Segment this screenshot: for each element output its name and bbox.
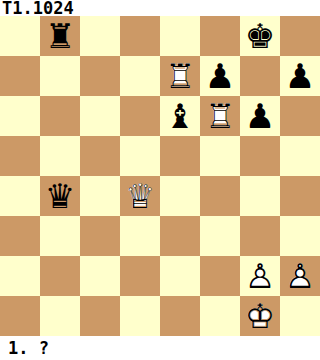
square-b7[interactable]	[40, 56, 80, 96]
puzzle-title: T1.1024	[0, 0, 74, 16]
piece-outline: ♙	[285, 256, 315, 296]
square-h1[interactable]	[280, 296, 320, 336]
square-d4[interactable]: ♛♕	[120, 176, 160, 216]
square-b8[interactable]: ♜	[40, 16, 80, 56]
square-g4[interactable]	[240, 176, 280, 216]
chess-board: ♜♚♜♖♟♟♝♜♖♟♛♛♕♟♙♟♙♚♔	[0, 16, 320, 336]
square-h8[interactable]	[280, 16, 320, 56]
status-bar: 1. ?	[0, 336, 320, 360]
square-g3[interactable]	[240, 216, 280, 256]
square-d8[interactable]	[120, 16, 160, 56]
piece-white-pawn: ♟♙	[285, 256, 315, 296]
piece-white-pawn: ♟♙	[245, 256, 275, 296]
square-f2[interactable]	[200, 256, 240, 296]
piece-outline: ♔	[245, 296, 275, 336]
piece-outline: ♕	[125, 176, 155, 216]
square-d3[interactable]	[120, 216, 160, 256]
square-h2[interactable]: ♟♙	[280, 256, 320, 296]
square-a3[interactable]	[0, 216, 40, 256]
square-f1[interactable]	[200, 296, 240, 336]
square-e1[interactable]	[160, 296, 200, 336]
square-e4[interactable]	[160, 176, 200, 216]
square-c2[interactable]	[80, 256, 120, 296]
square-f6[interactable]: ♜♖	[200, 96, 240, 136]
piece-outline: ♖	[165, 56, 195, 96]
square-g1[interactable]: ♚♔	[240, 296, 280, 336]
square-f5[interactable]	[200, 136, 240, 176]
square-d6[interactable]	[120, 96, 160, 136]
piece-black-pawn: ♟	[205, 56, 235, 96]
square-c7[interactable]	[80, 56, 120, 96]
square-g2[interactable]: ♟♙	[240, 256, 280, 296]
square-c5[interactable]	[80, 136, 120, 176]
square-f3[interactable]	[200, 216, 240, 256]
piece-outline: ♙	[245, 256, 275, 296]
square-a4[interactable]	[0, 176, 40, 216]
square-b2[interactable]	[40, 256, 80, 296]
piece-black-pawn: ♟	[285, 56, 315, 96]
square-h6[interactable]	[280, 96, 320, 136]
square-e7[interactable]: ♜♖	[160, 56, 200, 96]
square-g8[interactable]: ♚	[240, 16, 280, 56]
piece-black-king: ♚	[245, 16, 275, 56]
square-g6[interactable]: ♟	[240, 96, 280, 136]
square-h7[interactable]: ♟	[280, 56, 320, 96]
square-c4[interactable]	[80, 176, 120, 216]
square-g5[interactable]	[240, 136, 280, 176]
square-c8[interactable]	[80, 16, 120, 56]
move-prompt: 1. ?	[0, 336, 49, 360]
square-d5[interactable]	[120, 136, 160, 176]
square-a5[interactable]	[0, 136, 40, 176]
square-a1[interactable]	[0, 296, 40, 336]
piece-outline: ♖	[205, 96, 235, 136]
chess-puzzle-window: T1.1024 ♜♚♜♖♟♟♝♜♖♟♛♛♕♟♙♟♙♚♔ 1. ?	[0, 0, 320, 360]
square-a8[interactable]	[0, 16, 40, 56]
square-g7[interactable]	[240, 56, 280, 96]
square-e8[interactable]	[160, 16, 200, 56]
square-e2[interactable]	[160, 256, 200, 296]
square-h5[interactable]	[280, 136, 320, 176]
square-e6[interactable]: ♝	[160, 96, 200, 136]
square-e3[interactable]	[160, 216, 200, 256]
piece-white-king: ♚♔	[245, 296, 275, 336]
square-h4[interactable]	[280, 176, 320, 216]
square-d7[interactable]	[120, 56, 160, 96]
square-c1[interactable]	[80, 296, 120, 336]
square-b4[interactable]: ♛	[40, 176, 80, 216]
square-a6[interactable]	[0, 96, 40, 136]
piece-black-rook: ♜	[45, 16, 75, 56]
square-d1[interactable]	[120, 296, 160, 336]
square-d2[interactable]	[120, 256, 160, 296]
square-b1[interactable]	[40, 296, 80, 336]
square-b6[interactable]	[40, 96, 80, 136]
piece-white-rook: ♜♖	[205, 96, 235, 136]
square-c3[interactable]	[80, 216, 120, 256]
piece-black-queen: ♛	[45, 176, 75, 216]
piece-white-queen: ♛♕	[125, 176, 155, 216]
piece-black-pawn: ♟	[245, 96, 275, 136]
piece-white-rook: ♜♖	[165, 56, 195, 96]
square-a7[interactable]	[0, 56, 40, 96]
square-c6[interactable]	[80, 96, 120, 136]
square-b5[interactable]	[40, 136, 80, 176]
square-f7[interactable]: ♟	[200, 56, 240, 96]
square-h3[interactable]	[280, 216, 320, 256]
square-a2[interactable]	[0, 256, 40, 296]
square-f4[interactable]	[200, 176, 240, 216]
title-bar: T1.1024	[0, 0, 320, 16]
square-f8[interactable]	[200, 16, 240, 56]
piece-black-bishop: ♝	[165, 96, 195, 136]
square-b3[interactable]	[40, 216, 80, 256]
square-e5[interactable]	[160, 136, 200, 176]
